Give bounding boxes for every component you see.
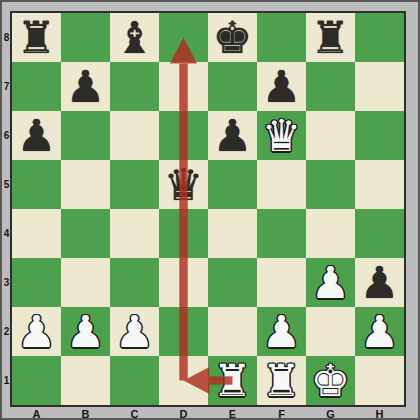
chessboard-frame: 87654321 ABCDEFGH ♜♝♚♜♟♟♟♟♛♛♟♟♟♟♟♟♟♜♜♚: [0, 0, 420, 420]
square-f8[interactable]: [257, 13, 306, 62]
square-c5[interactable]: [110, 160, 159, 209]
black-king-e8: ♚: [213, 13, 252, 62]
square-g7[interactable]: [306, 62, 355, 111]
file-label-c: C: [110, 406, 159, 420]
file-label-a: A: [12, 406, 61, 420]
chess-board: ♜♝♚♜♟♟♟♟♛♛♟♟♟♟♟♟♟♜♜♚: [10, 11, 406, 407]
white-king-g1: ♚: [311, 356, 350, 405]
square-f1[interactable]: ♜: [257, 356, 306, 405]
square-g4[interactable]: [306, 209, 355, 258]
square-f3[interactable]: [257, 258, 306, 307]
square-f6[interactable]: ♛: [257, 111, 306, 160]
white-pawn-b2: ♟: [66, 307, 105, 356]
square-c6[interactable]: [110, 111, 159, 160]
black-pawn-f7: ♟: [262, 62, 301, 111]
square-a2[interactable]: ♟: [12, 307, 61, 356]
square-h6[interactable]: [355, 111, 404, 160]
black-rook-a8: ♜: [17, 13, 56, 62]
white-pawn-h2: ♟: [360, 307, 399, 356]
square-f5[interactable]: [257, 160, 306, 209]
black-pawn-a6: ♟: [17, 111, 56, 160]
square-c7[interactable]: [110, 62, 159, 111]
square-g6[interactable]: [306, 111, 355, 160]
square-b4[interactable]: [61, 209, 110, 258]
square-c1[interactable]: [110, 356, 159, 405]
white-rook-f1: ♜: [262, 356, 301, 405]
square-h3[interactable]: ♟: [355, 258, 404, 307]
square-g2[interactable]: [306, 307, 355, 356]
white-pawn-g3: ♟: [311, 258, 350, 307]
square-d6[interactable]: [159, 111, 208, 160]
square-c3[interactable]: [110, 258, 159, 307]
square-b7[interactable]: ♟: [61, 62, 110, 111]
square-b1[interactable]: [61, 356, 110, 405]
square-e4[interactable]: [208, 209, 257, 258]
white-pawn-c2: ♟: [115, 307, 154, 356]
square-e1[interactable]: ♜: [208, 356, 257, 405]
square-b2[interactable]: ♟: [61, 307, 110, 356]
square-c4[interactable]: [110, 209, 159, 258]
square-e5[interactable]: [208, 160, 257, 209]
black-bishop-c8: ♝: [115, 13, 154, 62]
square-g8[interactable]: ♜: [306, 13, 355, 62]
black-pawn-b7: ♟: [66, 62, 105, 111]
square-a5[interactable]: [12, 160, 61, 209]
square-e3[interactable]: [208, 258, 257, 307]
black-queen-d5: ♛: [164, 160, 203, 209]
square-d2[interactable]: [159, 307, 208, 356]
square-h4[interactable]: [355, 209, 404, 258]
file-labels: ABCDEFGH: [12, 406, 404, 420]
white-pawn-f2: ♟: [262, 307, 301, 356]
square-h5[interactable]: [355, 160, 404, 209]
white-queen-f6: ♛: [262, 111, 301, 160]
white-rook-e1: ♜: [213, 356, 252, 405]
square-g5[interactable]: [306, 160, 355, 209]
file-label-h: H: [355, 406, 404, 420]
file-label-b: B: [61, 406, 110, 420]
square-c8[interactable]: ♝: [110, 13, 159, 62]
square-e6[interactable]: ♟: [208, 111, 257, 160]
square-a3[interactable]: [12, 258, 61, 307]
square-d8[interactable]: [159, 13, 208, 62]
square-f7[interactable]: ♟: [257, 62, 306, 111]
square-h8[interactable]: [355, 13, 404, 62]
square-g1[interactable]: ♚: [306, 356, 355, 405]
square-b8[interactable]: [61, 13, 110, 62]
square-a6[interactable]: ♟: [12, 111, 61, 160]
square-e7[interactable]: [208, 62, 257, 111]
file-label-e: E: [208, 406, 257, 420]
square-b6[interactable]: [61, 111, 110, 160]
white-pawn-a2: ♟: [17, 307, 56, 356]
square-e8[interactable]: ♚: [208, 13, 257, 62]
square-a8[interactable]: ♜: [12, 13, 61, 62]
black-rook-g8: ♜: [311, 13, 350, 62]
square-c2[interactable]: ♟: [110, 307, 159, 356]
black-pawn-e6: ♟: [213, 111, 252, 160]
square-d5[interactable]: ♛: [159, 160, 208, 209]
square-g3[interactable]: ♟: [306, 258, 355, 307]
file-label-f: F: [257, 406, 306, 420]
square-d1[interactable]: [159, 356, 208, 405]
square-b3[interactable]: [61, 258, 110, 307]
square-h1[interactable]: [355, 356, 404, 405]
file-label-d: D: [159, 406, 208, 420]
square-f2[interactable]: ♟: [257, 307, 306, 356]
square-a1[interactable]: [12, 356, 61, 405]
square-d4[interactable]: [159, 209, 208, 258]
square-h2[interactable]: ♟: [355, 307, 404, 356]
square-a7[interactable]: [12, 62, 61, 111]
square-d3[interactable]: [159, 258, 208, 307]
square-a4[interactable]: [12, 209, 61, 258]
square-d7[interactable]: [159, 62, 208, 111]
square-b5[interactable]: [61, 160, 110, 209]
square-f4[interactable]: [257, 209, 306, 258]
square-h7[interactable]: [355, 62, 404, 111]
square-e2[interactable]: [208, 307, 257, 356]
file-label-g: G: [306, 406, 355, 420]
black-pawn-h3: ♟: [360, 258, 399, 307]
